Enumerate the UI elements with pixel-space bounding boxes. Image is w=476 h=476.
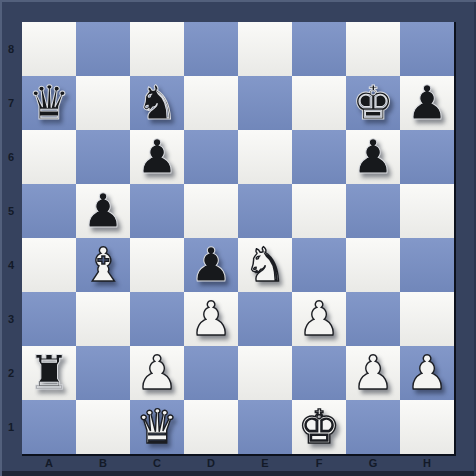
square-d1[interactable] <box>184 400 238 454</box>
piece-black-queen[interactable]: ♛ <box>28 76 70 130</box>
square-c5[interactable] <box>130 184 184 238</box>
square-a4[interactable] <box>22 238 76 292</box>
file-label-a: A <box>22 454 76 472</box>
square-g8[interactable] <box>346 22 400 76</box>
square-b1[interactable] <box>76 400 130 454</box>
piece-white-knight[interactable]: ♞ <box>244 238 286 292</box>
square-d7[interactable] <box>184 76 238 130</box>
rank-label-1: 1 <box>0 400 22 454</box>
piece-white-pawn[interactable]: ♟ <box>406 346 448 400</box>
square-h3[interactable] <box>400 292 454 346</box>
square-h1[interactable] <box>400 400 454 454</box>
piece-black-rook[interactable]: ♜ <box>28 346 70 400</box>
square-b4[interactable]: ♝ <box>76 238 130 292</box>
rank-label-4: 4 <box>0 238 22 292</box>
square-e2[interactable] <box>238 346 292 400</box>
rank-labels: 87654321 <box>0 22 22 454</box>
square-d4[interactable]: ♟ <box>184 238 238 292</box>
rank-label-7: 7 <box>0 76 22 130</box>
square-b3[interactable] <box>76 292 130 346</box>
square-h7[interactable]: ♟ <box>400 76 454 130</box>
rank-label-3: 3 <box>0 292 22 346</box>
square-d6[interactable] <box>184 130 238 184</box>
piece-black-pawn[interactable]: ♟ <box>82 184 124 238</box>
square-g5[interactable] <box>346 184 400 238</box>
square-a8[interactable] <box>22 22 76 76</box>
square-b6[interactable] <box>76 130 130 184</box>
rank-label-5: 5 <box>0 184 22 238</box>
rank-label-2: 2 <box>0 346 22 400</box>
square-a6[interactable] <box>22 130 76 184</box>
square-e7[interactable] <box>238 76 292 130</box>
square-f8[interactable] <box>292 22 346 76</box>
piece-black-pawn[interactable]: ♟ <box>136 130 178 184</box>
square-c3[interactable] <box>130 292 184 346</box>
square-g7[interactable]: ♚ <box>346 76 400 130</box>
square-e4[interactable]: ♞ <box>238 238 292 292</box>
square-g4[interactable] <box>346 238 400 292</box>
square-f7[interactable] <box>292 76 346 130</box>
square-f6[interactable] <box>292 130 346 184</box>
square-c8[interactable] <box>130 22 184 76</box>
file-label-g: G <box>346 454 400 472</box>
square-h5[interactable] <box>400 184 454 238</box>
square-e8[interactable] <box>238 22 292 76</box>
square-a5[interactable] <box>22 184 76 238</box>
square-f4[interactable] <box>292 238 346 292</box>
square-g6[interactable]: ♟ <box>346 130 400 184</box>
square-g1[interactable] <box>346 400 400 454</box>
square-a3[interactable] <box>22 292 76 346</box>
file-label-b: B <box>76 454 130 472</box>
piece-white-king[interactable]: ♚ <box>298 400 340 454</box>
file-labels: ABCDEFGH <box>22 454 454 474</box>
square-h2[interactable]: ♟ <box>400 346 454 400</box>
square-c2[interactable]: ♟ <box>130 346 184 400</box>
piece-white-pawn[interactable]: ♟ <box>190 292 232 346</box>
piece-white-queen[interactable]: ♛ <box>136 400 178 454</box>
square-f2[interactable] <box>292 346 346 400</box>
square-h6[interactable] <box>400 130 454 184</box>
square-h4[interactable] <box>400 238 454 292</box>
rank-label-6: 6 <box>0 130 22 184</box>
square-e5[interactable] <box>238 184 292 238</box>
square-g3[interactable] <box>346 292 400 346</box>
square-h8[interactable] <box>400 22 454 76</box>
square-b5[interactable]: ♟ <box>76 184 130 238</box>
square-d2[interactable] <box>184 346 238 400</box>
square-b8[interactable] <box>76 22 130 76</box>
file-label-f: F <box>292 454 346 472</box>
square-b2[interactable] <box>76 346 130 400</box>
square-c4[interactable] <box>130 238 184 292</box>
square-a7[interactable]: ♛ <box>22 76 76 130</box>
square-b7[interactable] <box>76 76 130 130</box>
piece-black-pawn[interactable]: ♟ <box>406 76 448 130</box>
piece-black-pawn[interactable]: ♟ <box>190 238 232 292</box>
square-e1[interactable] <box>238 400 292 454</box>
file-label-e: E <box>238 454 292 472</box>
square-f1[interactable]: ♚ <box>292 400 346 454</box>
square-g2[interactable]: ♟ <box>346 346 400 400</box>
file-label-h: H <box>400 454 454 472</box>
square-f5[interactable] <box>292 184 346 238</box>
board: ♛♞♚♟♟♟♟♝♟♞♟♟♜♟♟♟♛♚ <box>22 22 456 456</box>
square-d5[interactable] <box>184 184 238 238</box>
square-e6[interactable] <box>238 130 292 184</box>
square-c1[interactable]: ♛ <box>130 400 184 454</box>
piece-white-pawn[interactable]: ♟ <box>298 292 340 346</box>
rank-label-8: 8 <box>0 22 22 76</box>
chessboard-frame: 87654321 ♛♞♚♟♟♟♟♝♟♞♟♟♜♟♟♟♛♚ ABCDEFGH <box>0 0 476 476</box>
piece-black-king[interactable]: ♚ <box>352 76 394 130</box>
square-c6[interactable]: ♟ <box>130 130 184 184</box>
square-a2[interactable]: ♜ <box>22 346 76 400</box>
piece-white-pawn[interactable]: ♟ <box>352 346 394 400</box>
square-c7[interactable]: ♞ <box>130 76 184 130</box>
file-label-d: D <box>184 454 238 472</box>
square-a1[interactable] <box>22 400 76 454</box>
piece-white-pawn[interactable]: ♟ <box>136 346 178 400</box>
piece-white-bishop[interactable]: ♝ <box>82 238 124 292</box>
piece-black-knight[interactable]: ♞ <box>136 76 178 130</box>
square-d8[interactable] <box>184 22 238 76</box>
file-label-c: C <box>130 454 184 472</box>
square-e3[interactable] <box>238 292 292 346</box>
square-f3[interactable]: ♟ <box>292 292 346 346</box>
piece-black-pawn[interactable]: ♟ <box>352 130 394 184</box>
square-d3[interactable]: ♟ <box>184 292 238 346</box>
